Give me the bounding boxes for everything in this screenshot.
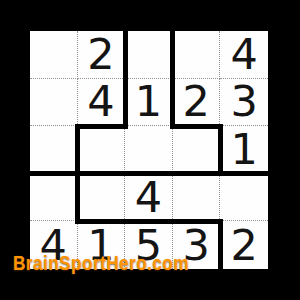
cell-r5c5-given[interactable]: 2	[220, 221, 268, 269]
region-border-segment	[75, 219, 128, 224]
region-border-segment	[218, 124, 223, 177]
cell-r3c1[interactable]	[30, 126, 78, 174]
cell-r3c4[interactable]	[173, 126, 221, 174]
region-border-segment	[30, 171, 80, 176]
region-border-segment	[170, 76, 175, 129]
sudoku-board: 2441231441532	[25, 26, 273, 274]
cell-r1c2-given[interactable]: 2	[78, 31, 126, 79]
region-border-segment	[75, 124, 128, 129]
region-border-segment	[123, 76, 128, 129]
cell-r4c1[interactable]	[30, 174, 78, 222]
puzzle-canvas: 2441231441532 BrainSportHero.com	[0, 0, 300, 300]
cell-r3c5-given[interactable]: 1	[220, 126, 268, 174]
cell-r2c3-given[interactable]: 1	[125, 79, 173, 127]
region-border-segment	[218, 171, 268, 176]
region-border-segment	[75, 171, 128, 176]
cell-r2c4-given[interactable]: 2	[173, 79, 221, 127]
cell-r4c3-given[interactable]: 4	[125, 174, 173, 222]
cell-r4c4[interactable]	[173, 174, 221, 222]
region-border-segment	[75, 171, 80, 224]
cell-r3c2[interactable]	[78, 126, 126, 174]
cell-r1c4[interactable]	[173, 31, 221, 79]
brand-watermark: BrainSportHero.com	[13, 252, 189, 275]
region-border-segment	[170, 219, 223, 224]
region-border-segment	[123, 219, 176, 224]
region-border-segment	[75, 124, 80, 177]
cell-r4c2[interactable]	[78, 174, 126, 222]
cell-r1c5-given[interactable]: 4	[220, 31, 268, 79]
cell-r4c5[interactable]	[220, 174, 268, 222]
cell-r1c1[interactable]	[30, 31, 78, 79]
region-border-segment	[170, 31, 175, 81]
region-border-segment	[170, 124, 223, 129]
region-border-segment	[218, 219, 223, 269]
cell-r3c3[interactable]	[125, 126, 173, 174]
region-border-segment	[170, 171, 223, 176]
region-border-segment	[123, 171, 176, 176]
cell-r2c5-given[interactable]: 3	[220, 79, 268, 127]
cell-r2c1[interactable]	[30, 79, 78, 127]
region-border-segment	[123, 31, 128, 81]
cell-r2c2-given[interactable]: 4	[78, 79, 126, 127]
cell-r1c3[interactable]	[125, 31, 173, 79]
